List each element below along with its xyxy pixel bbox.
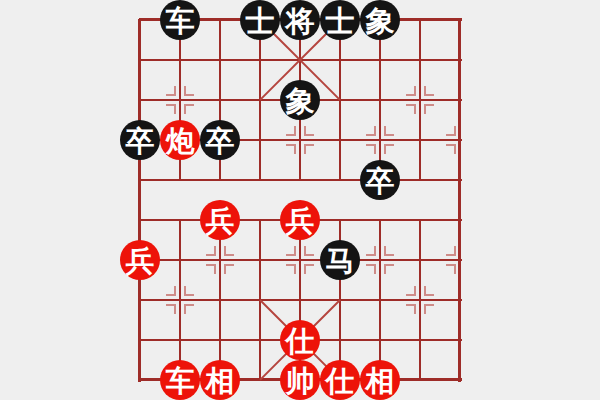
star-point-marker — [384, 126, 394, 136]
piece-glyph: 卒 — [366, 167, 395, 196]
piece-glyph: 卒 — [206, 127, 235, 156]
piece-glyph: 象 — [366, 7, 395, 36]
piece-glyph: 仕 — [326, 367, 355, 396]
star-point-marker — [286, 126, 296, 136]
piece-red-soldier[interactable]: 兵 — [200, 200, 240, 240]
star-point-marker — [304, 126, 314, 136]
piece-glyph: 将 — [286, 7, 315, 36]
piece-glyph: 仕 — [286, 327, 315, 356]
star-point-marker — [184, 86, 194, 96]
star-point-marker — [304, 246, 314, 256]
piece-black-soldier[interactable]: 卒 — [200, 120, 240, 160]
piece-black-elephant[interactable]: 象 — [280, 80, 320, 120]
grid-line-file — [219, 219, 221, 381]
grid-line-file — [138, 19, 141, 382]
piece-red-general[interactable]: 帅 — [280, 360, 320, 400]
piece-glyph: 车 — [166, 367, 195, 396]
piece-black-advisor[interactable]: 士 — [320, 0, 360, 40]
star-point-marker — [224, 264, 234, 274]
piece-glyph: 相 — [206, 367, 235, 396]
piece-glyph: 象 — [286, 87, 315, 116]
grid-line-file — [379, 219, 381, 381]
piece-red-cannon[interactable]: 炮 — [160, 120, 200, 160]
star-point-marker — [384, 144, 394, 154]
star-point-marker — [166, 286, 176, 296]
piece-glyph: 炮 — [166, 127, 195, 156]
star-point-marker — [166, 304, 176, 314]
star-point-marker — [286, 246, 296, 256]
star-point-marker — [446, 264, 456, 274]
piece-glyph: 士 — [246, 7, 275, 36]
star-point-marker — [406, 286, 416, 296]
star-point-marker — [446, 126, 456, 136]
star-point-marker — [406, 86, 416, 96]
piece-black-general[interactable]: 将 — [280, 0, 320, 40]
piece-glyph: 车 — [166, 7, 195, 36]
piece-red-advisor[interactable]: 仕 — [320, 360, 360, 400]
piece-black-chariot[interactable]: 车 — [160, 0, 200, 40]
star-point-marker — [206, 246, 216, 256]
piece-glyph: 兵 — [206, 207, 235, 236]
star-point-marker — [286, 264, 296, 274]
piece-glyph: 兵 — [286, 207, 315, 236]
piece-black-elephant[interactable]: 象 — [360, 0, 400, 40]
star-point-marker — [406, 104, 416, 114]
piece-glyph: 士 — [326, 7, 355, 36]
star-point-marker — [166, 104, 176, 114]
grid-line-file — [179, 219, 181, 381]
star-point-marker — [366, 264, 376, 274]
star-point-marker — [424, 86, 434, 96]
star-point-marker — [384, 264, 394, 274]
star-point-marker — [184, 304, 194, 314]
star-point-marker — [224, 246, 234, 256]
star-point-marker — [424, 286, 434, 296]
star-point-marker — [366, 144, 376, 154]
grid-line-file — [379, 19, 381, 181]
piece-red-advisor[interactable]: 仕 — [280, 320, 320, 360]
star-point-marker — [286, 144, 296, 154]
piece-black-soldier[interactable]: 卒 — [360, 160, 400, 200]
xiangqi-board[interactable]: 车士将士象象卒炮卒卒兵兵兵马仕车相帅仕相 — [0, 0, 600, 400]
piece-glyph: 相 — [366, 367, 395, 396]
xiangqi-app: 车士将士象象卒炮卒卒兵兵兵马仕车相帅仕相 — [0, 0, 600, 400]
star-point-marker — [424, 304, 434, 314]
star-point-marker — [304, 144, 314, 154]
piece-red-elephant[interactable]: 相 — [200, 360, 240, 400]
piece-red-soldier[interactable]: 兵 — [120, 240, 160, 280]
piece-black-soldier[interactable]: 卒 — [120, 120, 160, 160]
grid-line-file — [419, 19, 421, 181]
grid-line-file — [458, 19, 461, 382]
star-point-marker — [446, 246, 456, 256]
star-point-marker — [424, 104, 434, 114]
star-point-marker — [184, 286, 194, 296]
star-point-marker — [184, 104, 194, 114]
piece-red-soldier[interactable]: 兵 — [280, 200, 320, 240]
piece-black-advisor[interactable]: 士 — [240, 0, 280, 40]
piece-black-horse[interactable]: 马 — [320, 240, 360, 280]
star-point-marker — [366, 246, 376, 256]
star-point-marker — [206, 264, 216, 274]
star-point-marker — [366, 126, 376, 136]
piece-glyph: 卒 — [126, 127, 155, 156]
piece-glyph: 兵 — [126, 247, 155, 276]
star-point-marker — [406, 304, 416, 314]
piece-red-elephant[interactable]: 相 — [360, 360, 400, 400]
star-point-marker — [384, 246, 394, 256]
piece-glyph: 帅 — [286, 367, 315, 396]
star-point-marker — [304, 264, 314, 274]
star-point-marker — [166, 86, 176, 96]
piece-glyph: 马 — [326, 247, 355, 276]
grid-line-file — [419, 219, 421, 381]
star-point-marker — [446, 144, 456, 154]
piece-red-chariot[interactable]: 车 — [160, 360, 200, 400]
